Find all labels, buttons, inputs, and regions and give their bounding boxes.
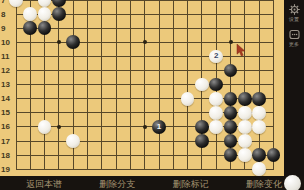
white-stone <box>66 134 80 148</box>
white-stone <box>209 106 223 120</box>
black-stone <box>252 92 266 106</box>
white-stone <box>238 120 252 134</box>
white-stone <box>209 92 223 106</box>
go-app-screen: 7891011121314151617181921 设置 <box>0 0 304 190</box>
settings-label: 设置 <box>289 16 299 22</box>
row-coordinate-label: 18 <box>1 151 13 160</box>
black-stone <box>52 0 66 7</box>
delete-branch-button[interactable]: 删除分支 <box>99 179 135 189</box>
row-coordinate-label: 10 <box>1 38 13 47</box>
back-to-record-button[interactable]: 返回本谱 <box>26 179 62 189</box>
black-stone <box>195 134 209 148</box>
white-stone <box>38 120 52 134</box>
black-stone <box>267 148 281 162</box>
row-coordinate-label: 15 <box>1 108 13 117</box>
more-label: 更多 <box>289 41 299 47</box>
more-icon <box>289 29 300 40</box>
star-point <box>57 40 61 44</box>
white-stone <box>181 92 195 106</box>
row-coordinate-label: 8 <box>1 10 13 19</box>
white-stone <box>23 7 37 21</box>
black-stone <box>252 148 266 162</box>
black-stone <box>209 78 223 92</box>
gear-icon <box>289 4 300 15</box>
right-sidebar: 设置 更多 <box>284 0 304 190</box>
black-stone <box>23 21 37 35</box>
black-stone <box>38 21 52 35</box>
row-coordinate-label: 12 <box>1 66 13 75</box>
white-stone <box>252 106 266 120</box>
star-point <box>143 125 147 129</box>
star-point <box>229 40 233 44</box>
black-stone: 1 <box>152 120 166 134</box>
black-stone <box>224 120 238 134</box>
black-stone <box>224 106 238 120</box>
row-coordinate-label: 13 <box>1 80 13 89</box>
black-stone <box>66 35 80 49</box>
row-coordinate-label: 16 <box>1 122 13 131</box>
row-coordinate-label: 11 <box>1 52 13 61</box>
black-stone <box>224 64 238 78</box>
white-stone <box>252 162 266 176</box>
white-stone <box>252 120 266 134</box>
white-stone <box>238 106 252 120</box>
white-stone <box>238 134 252 148</box>
move-number-label: 1 <box>157 123 161 131</box>
white-stone <box>209 120 223 134</box>
delete-variation-button[interactable]: 删除变化 <box>246 179 282 189</box>
move-number-label: 2 <box>214 52 218 60</box>
board-grid-line <box>16 84 274 85</box>
white-stone <box>238 148 252 162</box>
delete-marks-button[interactable]: 删除标记 <box>173 179 209 189</box>
white-stone <box>9 0 23 7</box>
settings-button[interactable]: 设置 <box>289 4 300 22</box>
mouse-cursor-icon <box>236 44 247 57</box>
more-button[interactable]: 更多 <box>289 29 300 47</box>
black-stone <box>238 92 252 106</box>
go-board[interactable]: 7891011121314151617181921 <box>0 0 284 190</box>
white-stone: 2 <box>209 50 223 64</box>
row-coordinate-label: 14 <box>1 94 13 103</box>
black-stone <box>224 148 238 162</box>
bottom-toolbar: 返回本谱 删除分支 删除标记 删除变化 <box>0 176 304 190</box>
white-stone <box>195 78 209 92</box>
board-grid-line <box>16 169 274 170</box>
star-point <box>57 125 61 129</box>
board-grid-line <box>16 28 274 29</box>
row-coordinate-label: 17 <box>1 137 13 146</box>
star-point <box>143 40 147 44</box>
row-coordinate-label: 9 <box>1 24 13 33</box>
white-stone <box>38 7 52 21</box>
black-stone <box>195 120 209 134</box>
black-stone <box>224 92 238 106</box>
white-stone <box>38 0 52 7</box>
row-coordinate-label: 19 <box>1 165 13 174</box>
black-stone <box>224 134 238 148</box>
floating-action-button[interactable] <box>284 175 301 190</box>
black-stone <box>52 7 66 21</box>
